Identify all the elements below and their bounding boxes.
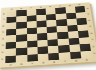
- square-h1[interactable]: [80, 51, 92, 59]
- square-f1[interactable]: [59, 52, 70, 60]
- square-b1[interactable]: [16, 55, 27, 63]
- file-label-bottom-a: a: [5, 62, 16, 67]
- file-label-bottom-d: d: [38, 60, 49, 65]
- file-label-bottom-f: f: [59, 59, 70, 64]
- file-label-bottom-e: e: [49, 60, 60, 65]
- photo-background: abcdefgh abcdefgh 87654321 87654321: [0, 0, 96, 70]
- square-e1[interactable]: [48, 53, 59, 61]
- board-squares: [5, 6, 92, 63]
- square-d1[interactable]: [37, 53, 48, 61]
- file-label-bottom-c: c: [27, 61, 38, 66]
- file-label-bottom-g: g: [70, 58, 81, 63]
- square-c1[interactable]: [27, 54, 38, 62]
- chess-board: abcdefgh abcdefgh 87654321 87654321: [0, 2, 96, 67]
- file-label-bottom-h: h: [81, 58, 92, 63]
- board-shadow: abcdefgh abcdefgh 87654321 87654321: [0, 0, 96, 70]
- square-a1[interactable]: [5, 55, 16, 63]
- square-g1[interactable]: [69, 51, 81, 59]
- file-label-bottom-b: b: [16, 62, 27, 67]
